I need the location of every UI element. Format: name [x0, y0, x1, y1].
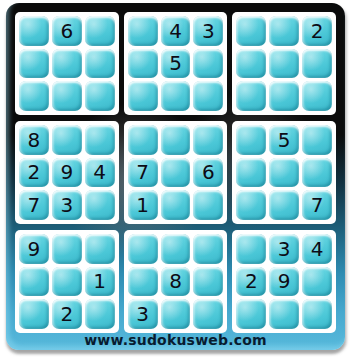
cell-r7c8[interactable]: 3 [269, 234, 299, 264]
cell-r6c6[interactable] [193, 190, 223, 220]
sudoku-widget: 6435282947376157912833429 www.sudokusweb… [0, 0, 350, 360]
cell-r3c8[interactable] [269, 81, 299, 111]
cell-r6c9[interactable]: 7 [302, 190, 332, 220]
cell-r3c4[interactable] [128, 81, 158, 111]
cell-r7c9[interactable]: 4 [302, 234, 332, 264]
cell-r1c4[interactable] [128, 16, 158, 46]
cell-r2c2[interactable] [52, 49, 82, 79]
cell-r1c7[interactable] [236, 16, 266, 46]
cell-r8c9[interactable] [302, 267, 332, 297]
cell-r7c7[interactable] [236, 234, 266, 264]
cell-r1c6[interactable]: 3 [193, 16, 223, 46]
sudoku-board: 6435282947376157912833429 [15, 12, 336, 333]
cell-r1c3[interactable] [85, 16, 115, 46]
cell-r9c6[interactable] [193, 299, 223, 329]
cell-r6c7[interactable] [236, 190, 266, 220]
box-2-2: 761 [124, 121, 228, 224]
cell-r3c6[interactable] [193, 81, 223, 111]
cell-r5c8[interactable] [269, 158, 299, 188]
cell-r6c5[interactable] [161, 190, 191, 220]
cell-r7c3[interactable] [85, 234, 115, 264]
cell-r6c3[interactable] [85, 190, 115, 220]
cell-r3c9[interactable] [302, 81, 332, 111]
box-1-3: 2 [232, 12, 336, 115]
cell-r4c7[interactable] [236, 125, 266, 155]
cell-r8c8[interactable]: 9 [269, 267, 299, 297]
cell-r9c9[interactable] [302, 299, 332, 329]
cell-r9c8[interactable] [269, 299, 299, 329]
cell-r7c5[interactable] [161, 234, 191, 264]
cell-r2c9[interactable] [302, 49, 332, 79]
cell-r6c1[interactable]: 7 [19, 190, 49, 220]
cell-r4c9[interactable] [302, 125, 332, 155]
cell-r1c2[interactable]: 6 [52, 16, 82, 46]
cell-r5c3[interactable]: 4 [85, 158, 115, 188]
cell-r9c7[interactable] [236, 299, 266, 329]
cell-r1c5[interactable]: 4 [161, 16, 191, 46]
cell-r4c4[interactable] [128, 125, 158, 155]
cell-r2c8[interactable] [269, 49, 299, 79]
cell-r3c1[interactable] [19, 81, 49, 111]
cell-r5c1[interactable]: 2 [19, 158, 49, 188]
box-3-2: 83 [124, 230, 228, 333]
cell-r7c2[interactable] [52, 234, 82, 264]
cell-r5c9[interactable] [302, 158, 332, 188]
cell-r3c2[interactable] [52, 81, 82, 111]
cell-r9c3[interactable] [85, 299, 115, 329]
box-1-2: 435 [124, 12, 228, 115]
cell-r4c6[interactable] [193, 125, 223, 155]
box-2-3: 57 [232, 121, 336, 224]
cell-r9c1[interactable] [19, 299, 49, 329]
box-3-1: 912 [15, 230, 119, 333]
cell-r4c8[interactable]: 5 [269, 125, 299, 155]
cell-r4c5[interactable] [161, 125, 191, 155]
cell-r5c7[interactable] [236, 158, 266, 188]
cell-r2c6[interactable] [193, 49, 223, 79]
cell-r2c7[interactable] [236, 49, 266, 79]
cell-r2c4[interactable] [128, 49, 158, 79]
cell-r4c3[interactable] [85, 125, 115, 155]
cell-r1c8[interactable] [269, 16, 299, 46]
cell-r5c4[interactable]: 7 [128, 158, 158, 188]
box-3-3: 3429 [232, 230, 336, 333]
cell-r9c4[interactable]: 3 [128, 299, 158, 329]
cell-r5c5[interactable] [161, 158, 191, 188]
cell-r2c5[interactable]: 5 [161, 49, 191, 79]
cell-r1c1[interactable] [19, 16, 49, 46]
cell-r1c9[interactable]: 2 [302, 16, 332, 46]
cell-r5c2[interactable]: 9 [52, 158, 82, 188]
cell-r6c8[interactable] [269, 190, 299, 220]
cell-r4c2[interactable] [52, 125, 82, 155]
box-2-1: 829473 [15, 121, 119, 224]
cell-r8c4[interactable] [128, 267, 158, 297]
box-1-1: 6 [15, 12, 119, 115]
cell-r7c1[interactable]: 9 [19, 234, 49, 264]
cell-r9c2[interactable]: 2 [52, 299, 82, 329]
cell-r3c3[interactable] [85, 81, 115, 111]
cell-r8c6[interactable] [193, 267, 223, 297]
cell-r3c7[interactable] [236, 81, 266, 111]
cell-r6c2[interactable]: 3 [52, 190, 82, 220]
cell-r7c4[interactable] [128, 234, 158, 264]
cell-r2c3[interactable] [85, 49, 115, 79]
cell-r6c4[interactable]: 1 [128, 190, 158, 220]
cell-r9c5[interactable] [161, 299, 191, 329]
board-frame: 6435282947376157912833429 www.sudokusweb… [6, 3, 345, 350]
cell-r5c6[interactable]: 6 [193, 158, 223, 188]
cell-r2c1[interactable] [19, 49, 49, 79]
cell-r8c1[interactable] [19, 267, 49, 297]
cell-r8c5[interactable]: 8 [161, 267, 191, 297]
site-url: www.sudokusweb.com [6, 332, 345, 349]
cell-r3c5[interactable] [161, 81, 191, 111]
cell-r8c7[interactable]: 2 [236, 267, 266, 297]
cell-r8c3[interactable]: 1 [85, 267, 115, 297]
cell-r4c1[interactable]: 8 [19, 125, 49, 155]
cell-r8c2[interactable] [52, 267, 82, 297]
cell-r7c6[interactable] [193, 234, 223, 264]
